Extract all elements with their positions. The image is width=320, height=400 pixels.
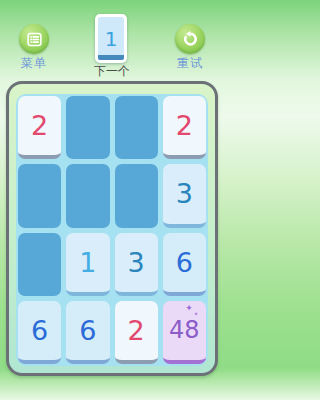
next-tile-card: 1 [95,14,127,63]
cell-r2c0 [18,233,61,296]
cell-r1c0 [18,164,61,227]
cell-r1c1 [66,164,109,227]
board-grid: 2 2 3 1 3 6 6 6 2 48 [18,96,206,364]
menu-label[interactable]: 菜单 [12,55,56,72]
cell-r2c3: 6 [163,233,206,296]
cell-r2c1: 1 [66,233,109,296]
menu-list-icon [26,31,43,48]
cell-r0c0: 2 [18,96,61,159]
retry-button[interactable] [175,24,205,54]
cell-r3c1: 6 [66,301,109,364]
cell-r0c1 [66,96,109,159]
cell-r3c0: 6 [18,301,61,364]
retry-arrow-icon [181,30,199,48]
next-tile-value: 1 [98,17,124,60]
cell-r0c2 [115,96,158,159]
menu-button[interactable] [19,24,49,54]
game-board[interactable]: 2 2 3 1 3 6 6 6 2 48 [6,81,218,376]
board-grid-backdrop: 2 2 3 1 3 6 6 6 2 48 [16,94,208,366]
cell-r0c3: 2 [163,96,206,159]
cell-r2c2: 3 [115,233,158,296]
cell-r1c3: 3 [163,164,206,227]
next-label: 下一个 [84,63,140,80]
next-card-bar [98,55,124,60]
retry-label[interactable]: 重试 [168,55,212,72]
cell-r3c2: 2 [115,301,158,364]
cell-r3c3: 48 [163,301,206,364]
cell-r1c2 [115,164,158,227]
